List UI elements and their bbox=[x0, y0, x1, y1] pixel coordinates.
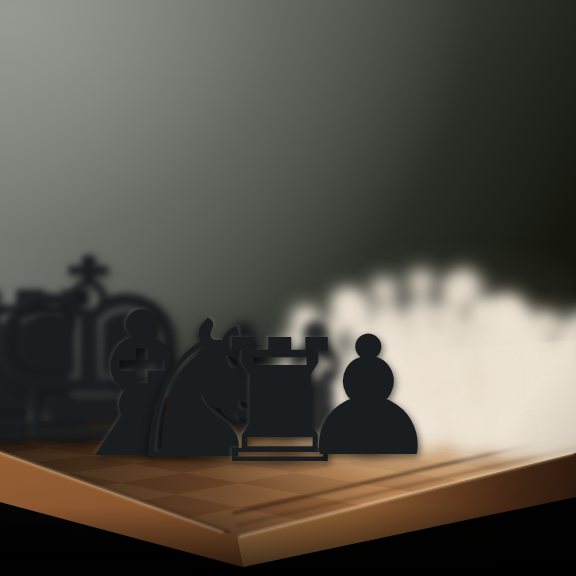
chessboard-photo-scene: ♟ ♝ ♟ ♛ ♚ ♝ ♜ ♟ ♟ ♜ ♚ ♟ ♝ ♝ ♞ ♜ ♟ bbox=[0, 0, 576, 576]
black-pawn-hero: ♟ bbox=[286, 315, 451, 480]
white-piece-reflection bbox=[496, 414, 526, 462]
white-piece-reflection bbox=[452, 410, 484, 460]
